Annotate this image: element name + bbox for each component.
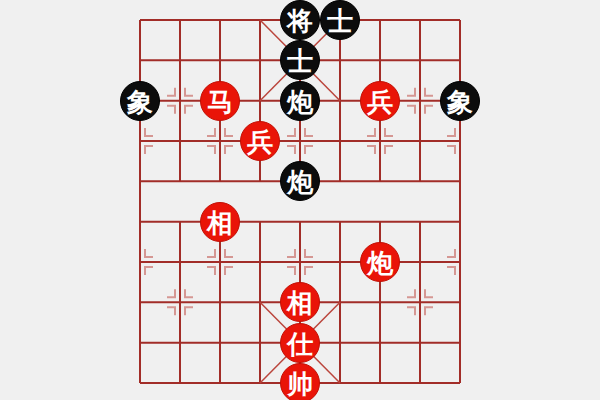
red-horse-piece[interactable]: 马 xyxy=(200,81,240,121)
cannon-glyph: 炮 xyxy=(287,169,313,195)
general-glyph: 将 xyxy=(287,8,313,34)
red-general-piece[interactable]: 帅 xyxy=(280,363,320,400)
advisor-glyph: 士 xyxy=(287,48,313,74)
elephant-glyph: 相 xyxy=(207,210,233,236)
cannon-glyph: 炮 xyxy=(287,89,313,115)
elephant-glyph: 相 xyxy=(287,290,313,316)
general-glyph: 帅 xyxy=(287,371,313,397)
black-advisor-piece[interactable]: 士 xyxy=(320,0,360,40)
red-elephant-piece[interactable]: 相 xyxy=(200,202,240,242)
advisor-glyph: 仕 xyxy=(287,331,313,357)
soldier-glyph: 兵 xyxy=(247,129,273,155)
elephant-glyph: 象 xyxy=(447,89,473,115)
red-advisor-piece[interactable]: 仕 xyxy=(280,323,320,363)
red-cannon-piece[interactable]: 炮 xyxy=(360,242,400,282)
xiangqi-board: 将士士象马炮兵象兵炮相炮相仕帅 xyxy=(120,0,480,400)
advisor-glyph: 士 xyxy=(327,8,353,34)
elephant-glyph: 象 xyxy=(127,89,153,115)
red-soldier-piece[interactable]: 兵 xyxy=(360,81,400,121)
black-cannon-piece[interactable]: 炮 xyxy=(280,81,320,121)
red-soldier-piece[interactable]: 兵 xyxy=(240,121,280,161)
soldier-glyph: 兵 xyxy=(367,89,393,115)
cannon-glyph: 炮 xyxy=(367,250,393,276)
horse-glyph: 马 xyxy=(207,89,233,115)
black-elephant-piece[interactable]: 象 xyxy=(440,81,480,121)
red-elephant-piece[interactable]: 相 xyxy=(280,282,320,322)
xiangqi-diagram: 将士士象马炮兵象兵炮相炮相仕帅 xyxy=(0,0,600,400)
black-elephant-piece[interactable]: 象 xyxy=(120,81,160,121)
black-cannon-piece[interactable]: 炮 xyxy=(280,161,320,201)
black-general-piece[interactable]: 将 xyxy=(280,0,320,40)
black-advisor-piece[interactable]: 士 xyxy=(280,40,320,80)
